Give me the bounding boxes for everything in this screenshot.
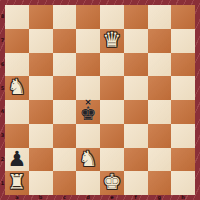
square-a8[interactable] [5,5,29,29]
square-a5[interactable]: ♞ [5,76,29,100]
square-e7[interactable]: ♛ [100,29,124,53]
square-g1[interactable] [148,171,172,195]
white-king-piece[interactable]: ♚ [102,171,121,195]
square-c5[interactable] [53,76,77,100]
white-rook-piece[interactable]: ♜ [7,171,26,195]
square-c6[interactable] [53,53,77,77]
square-e6[interactable] [100,53,124,77]
square-c8[interactable] [53,5,77,29]
square-e4[interactable] [100,100,124,124]
square-a4[interactable] [5,100,29,124]
file-label-f: f [124,195,148,200]
square-b5[interactable] [29,76,53,100]
square-a2[interactable]: ♟ [5,148,29,172]
square-d7[interactable] [76,29,100,53]
square-b7[interactable] [29,29,53,53]
square-b4[interactable] [29,100,53,124]
square-g4[interactable] [148,100,172,124]
square-d1[interactable] [76,171,100,195]
square-g5[interactable] [148,76,172,100]
square-b8[interactable] [29,5,53,29]
file-label-b: b [29,195,53,200]
square-h2[interactable] [171,148,195,172]
square-d6[interactable] [76,53,100,77]
board: ♛♞×♚♟♞♜♚ [5,5,195,195]
square-h5[interactable] [171,76,195,100]
file-label-c: c [53,195,77,200]
square-e5[interactable] [100,76,124,100]
square-d3[interactable] [76,124,100,148]
square-h7[interactable] [171,29,195,53]
square-f2[interactable] [124,148,148,172]
square-c1[interactable] [53,171,77,195]
square-d4[interactable]: ×♚ [76,100,100,124]
square-c4[interactable] [53,100,77,124]
square-b3[interactable] [29,124,53,148]
square-f6[interactable] [124,53,148,77]
square-c3[interactable] [53,124,77,148]
square-e2[interactable] [100,148,124,172]
square-f4[interactable] [124,100,148,124]
file-label-a: a [5,195,29,200]
square-e3[interactable] [100,124,124,148]
white-knight-piece[interactable]: ♞ [79,148,98,172]
file-label-g: g [148,195,172,200]
square-f3[interactable] [124,124,148,148]
square-h6[interactable] [171,53,195,77]
square-g2[interactable] [148,148,172,172]
black-pawn-piece[interactable]: ♟ [7,148,26,172]
square-b6[interactable] [29,53,53,77]
square-h4[interactable] [171,100,195,124]
square-g3[interactable] [148,124,172,148]
white-knight-piece[interactable]: ♞ [7,76,26,100]
square-c7[interactable] [53,29,77,53]
square-f8[interactable] [124,5,148,29]
square-d2[interactable]: ♞ [76,148,100,172]
square-f1[interactable] [124,171,148,195]
square-a1[interactable]: ♜ [5,171,29,195]
square-c2[interactable] [53,148,77,172]
square-e8[interactable] [100,5,124,29]
square-f7[interactable] [124,29,148,53]
white-queen-piece[interactable]: ♛ [102,29,121,53]
file-label-e: e [100,195,124,200]
square-a6[interactable] [5,53,29,77]
king-cross-marker: × [84,98,92,107]
chess-board-window: 87654321abcdefgh ♛♞×♚♟♞♜♚ [0,0,200,200]
square-g7[interactable] [148,29,172,53]
square-g6[interactable] [148,53,172,77]
square-b1[interactable] [29,171,53,195]
square-b2[interactable] [29,148,53,172]
square-h8[interactable] [171,5,195,29]
file-label-d: d [76,195,100,200]
square-d8[interactable] [76,5,100,29]
square-e1[interactable]: ♚ [100,171,124,195]
square-f5[interactable] [124,76,148,100]
square-a7[interactable] [5,29,29,53]
square-h3[interactable] [171,124,195,148]
file-label-h: h [171,195,195,200]
square-h1[interactable] [171,171,195,195]
square-a3[interactable] [5,124,29,148]
square-g8[interactable] [148,5,172,29]
